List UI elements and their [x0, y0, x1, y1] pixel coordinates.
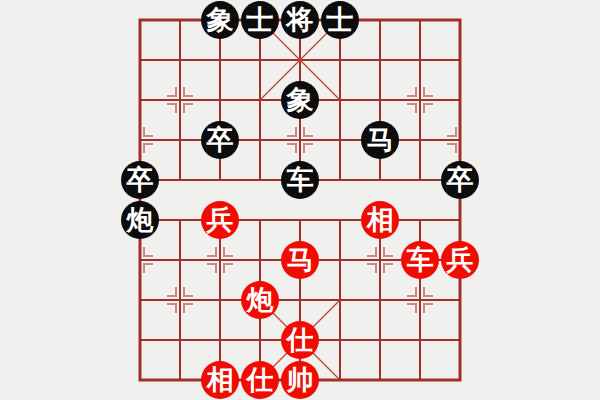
piece-red-soldier[interactable]: 兵 [441, 241, 479, 279]
piece-red-soldier[interactable]: 兵 [201, 201, 239, 239]
piece-red-cannon[interactable]: 炮 [241, 281, 279, 319]
xiangqi-game-screen: 象士将士象卒马卒车卒炮兵相马车兵炮仕相仕帅 [0, 0, 600, 400]
piece-black-chariot[interactable]: 车 [281, 161, 319, 199]
board-intersections[interactable]: 象士将士象卒马卒车卒炮兵相马车兵炮仕相仕帅 [120, 0, 480, 400]
piece-black-soldier[interactable]: 卒 [121, 161, 159, 199]
piece-black-horse[interactable]: 马 [361, 121, 399, 159]
piece-red-horse[interactable]: 马 [281, 241, 319, 279]
piece-black-advisor[interactable]: 士 [321, 1, 359, 39]
piece-red-elephant[interactable]: 相 [361, 201, 399, 239]
piece-red-elephant[interactable]: 相 [201, 361, 239, 399]
piece-black-advisor[interactable]: 士 [241, 1, 279, 39]
piece-black-cannon[interactable]: 炮 [121, 201, 159, 239]
piece-red-general[interactable]: 帅 [281, 361, 319, 399]
piece-red-advisor[interactable]: 仕 [241, 361, 279, 399]
piece-black-soldier[interactable]: 卒 [201, 121, 239, 159]
piece-black-elephant[interactable]: 象 [201, 1, 239, 39]
piece-black-elephant[interactable]: 象 [281, 81, 319, 119]
xiangqi-board: 象士将士象卒马卒车卒炮兵相马车兵炮仕相仕帅 [120, 0, 480, 400]
piece-red-chariot[interactable]: 车 [401, 241, 439, 279]
piece-black-soldier[interactable]: 卒 [441, 161, 479, 199]
piece-red-advisor[interactable]: 仕 [281, 321, 319, 359]
piece-black-general[interactable]: 将 [281, 1, 319, 39]
